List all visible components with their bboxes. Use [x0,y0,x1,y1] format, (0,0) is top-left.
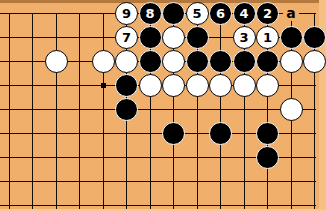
intersection [44,49,68,73]
intersection [0,25,21,49]
intersection [162,97,186,121]
intersection [209,169,233,193]
black-stone [115,98,138,121]
intersection [185,49,209,73]
intersection: 6 [209,1,233,25]
intersection [279,25,303,49]
intersection [209,121,233,145]
intersection [303,97,326,121]
intersection [91,121,115,145]
intersection [232,193,256,211]
black-stone [209,50,232,73]
intersection [21,1,45,25]
intersection [68,25,92,49]
intersection [138,169,162,193]
white-stone [139,74,162,97]
intersection [162,49,186,73]
white-stone [209,74,232,97]
intersection: 3 [232,25,256,49]
intersection [91,97,115,121]
intersection: 2 [256,1,280,25]
intersection [256,193,280,211]
intersection [303,169,326,193]
white-stone-move-9: 9 [115,2,138,25]
intersection [279,97,303,121]
intersection [91,193,115,211]
white-stone [162,50,185,73]
black-stone [186,26,209,49]
intersection [185,193,209,211]
intersection [279,121,303,145]
intersection [44,73,68,97]
intersection [279,145,303,169]
white-stone-move-3: 3 [233,26,256,49]
intersection [68,97,92,121]
white-stone [233,74,256,97]
intersection [115,121,139,145]
black-stone [186,50,209,73]
intersection: 4 [232,1,256,25]
intersection [138,97,162,121]
intersection [21,25,45,49]
stone-grid: 985642a731 [0,1,326,211]
intersection: 1 [256,25,280,49]
white-stone-move-1: 1 [256,26,279,49]
intersection [21,145,45,169]
intersection [209,49,233,73]
intersection [44,145,68,169]
white-stone [92,50,115,73]
intersection [209,73,233,97]
white-stone [303,50,326,73]
intersection [232,49,256,73]
intersection [138,25,162,49]
intersection [68,193,92,211]
intersection [232,73,256,97]
intersection [138,49,162,73]
intersection [303,145,326,169]
intersection [303,49,326,73]
intersection [162,145,186,169]
black-stone [209,122,232,145]
intersection [232,121,256,145]
black-stone [280,26,303,49]
white-stone [162,74,185,97]
white-stone [256,74,279,97]
white-stone [186,74,209,97]
intersection [0,169,21,193]
intersection [21,73,45,97]
intersection [162,1,186,25]
intersection [303,1,326,25]
intersection [44,169,68,193]
intersection [256,97,280,121]
point-label-a: a [283,5,298,21]
black-stone [162,2,185,25]
intersection [0,1,21,25]
intersection [162,121,186,145]
intersection [185,97,209,121]
intersection [21,169,45,193]
intersection [138,73,162,97]
black-stone [256,50,279,73]
white-stone [280,50,303,73]
white-stone [280,98,303,121]
intersection [256,49,280,73]
intersection [162,193,186,211]
black-stone [303,26,326,49]
black-stone-move-4: 4 [233,2,256,25]
black-stone-move-6: 6 [209,2,232,25]
intersection [0,97,21,121]
intersection [0,121,21,145]
black-stone [139,50,162,73]
intersection [21,121,45,145]
intersection [185,169,209,193]
intersection [303,25,326,49]
intersection: a [279,1,303,25]
go-board: 985642a731 [0,0,326,211]
intersection [68,145,92,169]
black-stone [233,50,256,73]
intersection [185,25,209,49]
intersection [185,121,209,145]
black-stone [256,122,279,145]
intersection [162,73,186,97]
intersection [115,169,139,193]
white-stone-move-7: 7 [115,26,138,49]
intersection [0,193,21,211]
intersection [256,169,280,193]
black-stone [162,122,185,145]
intersection [256,73,280,97]
intersection [162,25,186,49]
intersection [256,145,280,169]
intersection [303,73,326,97]
intersection [91,49,115,73]
intersection [279,193,303,211]
intersection [256,121,280,145]
black-stone-move-8: 8 [139,2,162,25]
intersection: 7 [115,25,139,49]
intersection [44,193,68,211]
intersection [232,169,256,193]
intersection [0,73,21,97]
intersection [232,145,256,169]
intersection [115,193,139,211]
black-stone [256,146,279,169]
intersection [209,145,233,169]
intersection [68,1,92,25]
intersection [185,73,209,97]
intersection [185,145,209,169]
intersection: 8 [138,1,162,25]
intersection [68,169,92,193]
intersection [232,97,256,121]
intersection [44,121,68,145]
intersection [91,145,115,169]
intersection [279,73,303,97]
intersection [0,145,21,169]
intersection [162,169,186,193]
intersection [0,49,21,73]
intersection [209,25,233,49]
intersection [68,121,92,145]
intersection [91,25,115,49]
white-stone [115,50,138,73]
intersection [91,169,115,193]
intersection [209,193,233,211]
intersection [138,193,162,211]
intersection [115,49,139,73]
intersection [115,97,139,121]
intersection [115,145,139,169]
white-stone [45,50,68,73]
intersection [68,49,92,73]
black-stone-move-2: 2 [256,2,279,25]
intersection [209,97,233,121]
intersection [303,193,326,211]
intersection [91,73,115,97]
intersection [44,97,68,121]
intersection: 9 [115,1,139,25]
intersection [138,145,162,169]
intersection [138,121,162,145]
white-stone-move-5: 5 [186,2,209,25]
white-stone [162,26,185,49]
intersection [279,49,303,73]
intersection [115,73,139,97]
intersection [21,49,45,73]
intersection [91,1,115,25]
intersection [279,169,303,193]
intersection [21,193,45,211]
intersection [44,1,68,25]
intersection [303,121,326,145]
intersection [21,97,45,121]
black-stone [139,26,162,49]
intersection [68,73,92,97]
intersection [44,25,68,49]
intersection: 5 [185,1,209,25]
black-stone [115,74,138,97]
